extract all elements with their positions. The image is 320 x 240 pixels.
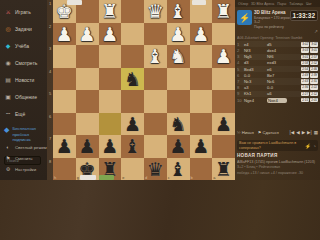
square-d1[interactable]: ♛ xyxy=(144,0,167,23)
square-e1[interactable] xyxy=(121,0,144,23)
square-g2[interactable]: ♟ xyxy=(76,23,99,46)
white-move-clock: 3:02 xyxy=(301,42,309,47)
move-row: 3Ng5Nf63:012:57 xyxy=(237,54,318,60)
tournament-card[interactable]: ⚡ 3D Blitz Арена Блицевая • 170 игроков … xyxy=(237,10,318,29)
tournament-clock: 1:33:32 xyxy=(290,10,318,21)
white-move-clock: 2:54 xyxy=(301,67,309,72)
white-move[interactable]: Bxd3 xyxy=(244,67,267,72)
square-b5[interactable] xyxy=(190,90,213,113)
berserk-icon[interactable]: ⚡ xyxy=(305,143,311,149)
bottom-white-chip xyxy=(80,175,96,180)
move-row: 10Nge4Nxe42:152:01 xyxy=(237,97,318,103)
black-move[interactable]: d5 xyxy=(267,42,291,47)
rank-label: 1 xyxy=(47,0,53,23)
square-c8[interactable]: ♝c xyxy=(167,158,190,181)
target-icon: ◎ xyxy=(4,25,12,33)
square-e3[interactable] xyxy=(121,45,144,68)
move-number: 3 xyxy=(237,54,244,59)
last-move-icon[interactable]: ▶| xyxy=(307,130,312,135)
sidebar-footer-label: Настройки xyxy=(15,167,36,172)
square-c5[interactable] xyxy=(167,90,190,113)
square-c7[interactable]: ♟ xyxy=(167,135,190,158)
white-move-clock: 2:36 xyxy=(301,85,309,90)
square-b4[interactable] xyxy=(190,68,213,91)
square-e4[interactable]: ♞ xyxy=(121,68,144,91)
rank-label: 7 xyxy=(47,135,53,158)
top-menu: Обзор3D Blitz АренаПарыТаблицаЧат xyxy=(235,0,320,7)
move-row: 9Kh1a62:272:12 xyxy=(237,91,318,97)
rank-label: 5 xyxy=(47,90,53,113)
share-icon[interactable]: ↗ xyxy=(237,29,318,35)
black-bishop-piece[interactable]: ♝ xyxy=(121,135,144,158)
black-move[interactable]: exd3 xyxy=(267,60,291,65)
people-icon: ▣ xyxy=(4,93,12,101)
square-c6[interactable]: ♞ xyxy=(167,113,190,136)
move-row: 4d3exd32:582:52 xyxy=(237,60,318,66)
square-c2[interactable]: ♟ xyxy=(167,23,190,46)
new-game-points: победа +13 / ничья +4 / поражение -30 xyxy=(237,171,303,175)
rank-coordinates: 12345678 xyxy=(47,0,53,180)
black-bishop-piece[interactable]: ♝ xyxy=(167,158,190,181)
top-menu-item[interactable]: Обзор xyxy=(238,2,248,6)
analysis-board-icon[interactable]: ▦ xyxy=(314,130,318,135)
black-pawn-piece[interactable]: ♟ xyxy=(121,113,144,136)
move-clocks: 3:023:02 xyxy=(301,42,318,47)
sidebar-item-label: Играть xyxy=(15,9,31,15)
sidebar-item-Общение[interactable]: ▣Общение xyxy=(4,92,47,102)
move-navigation: |◀◀▶▶|▦ xyxy=(290,130,318,135)
game-panel: Обзор3D Blitz АренаПарыТаблицаЧат ⚡ 3D B… xyxy=(235,0,320,180)
black-move-clock: 2:52 xyxy=(310,61,318,66)
white-move[interactable]: Nge4 xyxy=(244,98,267,103)
rank-label: 2 xyxy=(47,23,53,46)
rank-label: 4 xyxy=(47,68,53,91)
move-row: 2Nf3dxe43:033:01 xyxy=(237,47,318,53)
square-e5[interactable] xyxy=(121,90,144,113)
black-move[interactable]: Nf6 xyxy=(267,54,291,59)
trial-promo-label: Бесплатнаяпробнаяподписка xyxy=(12,126,36,143)
file-label: h xyxy=(54,175,56,180)
rank-label: 6 xyxy=(47,113,53,136)
file-label: g xyxy=(77,175,79,180)
square-c3[interactable]: ♞ xyxy=(167,45,190,68)
first-move-icon[interactable]: |◀ xyxy=(290,130,295,135)
sidebar-footer-label: Сменить xyxy=(15,156,32,161)
square-h2[interactable]: ♟ xyxy=(53,23,76,46)
white-pawn-piece[interactable]: ♟ xyxy=(212,45,235,68)
file-label: c xyxy=(168,175,170,180)
square-b3[interactable] xyxy=(190,45,213,68)
square-d4[interactable] xyxy=(144,68,167,91)
black-pawn-piece[interactable]: ♟ xyxy=(53,135,76,158)
news-icon: ▤ xyxy=(4,76,12,84)
sidebar: ⚔Играть◎Задачи◆Учёба◉Смотреть▤Новости▣Об… xyxy=(0,0,47,180)
square-f5[interactable] xyxy=(99,90,122,113)
square-f4[interactable] xyxy=(99,68,122,91)
square-c4[interactable] xyxy=(167,68,190,91)
file-label: d xyxy=(145,175,147,180)
move-number: 4 xyxy=(237,60,244,65)
square-f1[interactable]: ♜ xyxy=(99,0,122,23)
square-a6[interactable]: ♟ xyxy=(212,113,235,136)
top-menu-item[interactable]: Пары xyxy=(277,2,286,6)
theme-toggle-icon: ◐ xyxy=(4,143,12,151)
black-move[interactable]: Be7 xyxy=(267,73,291,78)
sidebar-footer-language-icon[interactable]: ⚑Сменить xyxy=(4,154,47,162)
square-g7[interactable]: ♟ xyxy=(76,135,99,158)
next-move-icon[interactable]: ▶ xyxy=(302,130,305,135)
eye-icon: ◉ xyxy=(4,59,12,67)
offer-draw-button[interactable]: ½ Ничья xyxy=(237,130,254,135)
clock-icon[interactable]: ◔ xyxy=(313,143,316,149)
square-d3[interactable]: ♝ xyxy=(144,45,167,68)
sidebar-item-Задачи[interactable]: ◎Задачи xyxy=(4,24,47,34)
black-move-clock: 2:57 xyxy=(310,55,318,60)
top-menu-item[interactable]: 3D Blitz Арена xyxy=(251,2,274,6)
white-move[interactable]: e4 xyxy=(244,42,267,47)
move-clocks: 2:152:01 xyxy=(301,98,318,103)
square-g3[interactable] xyxy=(76,45,99,68)
white-move[interactable]: d3 xyxy=(244,60,267,65)
move-row: 5Bxd3e62:542:46 xyxy=(237,66,318,72)
white-bishop-piece[interactable]: ♝ xyxy=(167,0,190,23)
black-pawn-piece[interactable]: ♟ xyxy=(76,135,99,158)
sidebar-item-label: Смотреть xyxy=(15,60,37,66)
square-g4[interactable] xyxy=(76,68,99,91)
square-d7[interactable] xyxy=(144,135,167,158)
black-move[interactable]: 0-0 xyxy=(267,85,291,90)
black-queen-piece[interactable]: ♛ xyxy=(144,158,167,181)
move-number: 6 xyxy=(237,73,244,78)
square-f7[interactable]: ♟ xyxy=(99,135,122,158)
white-move-clock: 2:49 xyxy=(301,73,309,78)
square-h5[interactable] xyxy=(53,90,76,113)
sidebar-item-label: Новости xyxy=(15,77,34,83)
tournament-title: 3D Blitz Арена xyxy=(254,10,288,16)
move-row: 7Nc3Nc62:432:31 xyxy=(237,78,318,84)
square-b7[interactable]: ♟ xyxy=(190,135,213,158)
square-d8[interactable]: ♛d xyxy=(144,158,167,181)
square-h3[interactable] xyxy=(53,45,76,68)
square-h6[interactable] xyxy=(53,113,76,136)
move-number: 8 xyxy=(237,85,244,90)
sidebar-item-label: Учёба xyxy=(15,43,29,49)
square-e8[interactable]: e xyxy=(121,158,144,181)
move-clocks: 3:012:57 xyxy=(301,55,318,60)
square-d5[interactable] xyxy=(144,90,167,113)
square-b2[interactable]: ♟ xyxy=(190,23,213,46)
white-move-clock: 2:43 xyxy=(301,79,309,84)
chess-board: ♚♜♛♝♜♟♟♟♟♟♝♞♟♞♟♞♟♟♟♟♝♟♟h♚g♜fe♛d♝cb♜a xyxy=(53,0,235,180)
black-pawn-piece[interactable]: ♟ xyxy=(212,113,235,136)
move-number: 2 xyxy=(237,48,244,53)
white-pawn-piece[interactable]: ♟ xyxy=(167,23,190,46)
sidebar-item-Учёба[interactable]: ◆Учёба xyxy=(4,41,47,51)
sidebar-item-Новости[interactable]: ▤Новости xyxy=(4,75,47,85)
white-pawn-piece[interactable]: ♟ xyxy=(190,23,213,46)
square-f3[interactable] xyxy=(99,45,122,68)
black-move-clock: 2:12 xyxy=(310,92,318,97)
gem-icon: ◆ xyxy=(4,126,9,143)
white-move[interactable]: Nc3 xyxy=(244,79,267,84)
new-game-title: НОВАЯ ПАРТИЯ xyxy=(237,153,278,158)
move-clocks: 2:542:46 xyxy=(301,67,318,72)
tournament-pairing-note: Пары по рейтингу xyxy=(254,25,288,30)
file-label: e xyxy=(122,175,124,180)
square-a1[interactable]: ♜ xyxy=(212,0,235,23)
black-move-clock: 2:46 xyxy=(310,67,318,72)
black-move-clock: 2:01 xyxy=(310,98,318,103)
white-move[interactable]: 0-0 xyxy=(244,73,267,78)
square-e7[interactable]: ♝ xyxy=(121,135,144,158)
rank-label: 3 xyxy=(47,45,53,68)
square-d2[interactable] xyxy=(144,23,167,46)
black-pawn-piece[interactable]: ♟ xyxy=(190,135,213,158)
notification-text: Вам не нравится LawBachmann в соперниках… xyxy=(239,141,303,150)
move-number: 7 xyxy=(237,79,244,84)
sidebar-footer-settings-icon[interactable]: ⚙Настройки xyxy=(4,165,47,173)
black-move[interactable]: Nc6 xyxy=(267,79,291,84)
white-pawn-piece[interactable]: ♟ xyxy=(99,23,122,46)
crossed-swords-icon: ⚔ xyxy=(4,8,12,16)
move-row: 60-0Be72:492:39 xyxy=(237,72,318,78)
black-knight-piece[interactable]: ♞ xyxy=(121,68,144,91)
white-move-clock: 2:58 xyxy=(301,61,309,66)
settings-icon: ⚙ xyxy=(4,165,12,173)
black-move-clock: 3:01 xyxy=(310,48,318,53)
white-pawn-piece[interactable]: ♟ xyxy=(76,23,99,46)
square-f2[interactable]: ♟ xyxy=(99,23,122,46)
square-h4[interactable] xyxy=(53,68,76,91)
move-clocks: 2:272:12 xyxy=(301,92,318,97)
black-move[interactable]: e6 xyxy=(267,67,291,72)
white-move[interactable]: Kh1 xyxy=(244,91,267,96)
more-dots-icon: ••• xyxy=(4,110,12,118)
square-e2[interactable] xyxy=(121,23,144,46)
move-clocks: 2:362:22 xyxy=(301,85,318,90)
black-rook-piece[interactable]: ♜ xyxy=(212,158,235,181)
white-move-clock: 2:27 xyxy=(301,92,309,97)
lightning-icon: ⚡ xyxy=(237,10,252,25)
move-list: 1e4d53:023:022Nf3dxe43:033:013Ng5Nf63:01… xyxy=(237,41,318,103)
game-toolbar: ½ Ничья ⚑ Сдаться |◀◀▶▶|▦ xyxy=(237,130,318,135)
prev-move-icon[interactable]: ◀ xyxy=(296,130,299,135)
square-c1[interactable]: ♝ xyxy=(167,0,190,23)
move-clocks: 2:432:31 xyxy=(301,79,318,84)
move-number: 1 xyxy=(237,42,244,47)
white-move-clock: 3:03 xyxy=(301,48,309,53)
white-rook-piece[interactable]: ♜ xyxy=(99,0,122,23)
graduation-icon: ◆ xyxy=(4,42,12,50)
square-b8[interactable]: b xyxy=(190,158,213,181)
white-move[interactable]: Nf3 xyxy=(244,48,267,53)
square-a5[interactable] xyxy=(212,90,235,113)
square-b6[interactable] xyxy=(190,113,213,136)
square-f6[interactable] xyxy=(99,113,122,136)
trial-promo[interactable]: ◆ Бесплатнаяпробнаяподписка xyxy=(4,126,44,143)
sidebar-item-Играть[interactable]: ⚔Играть xyxy=(4,7,47,17)
top-white-chip-right xyxy=(192,0,206,5)
square-h7[interactable]: ♟ xyxy=(53,135,76,158)
square-a2[interactable] xyxy=(212,23,235,46)
white-rook-piece[interactable]: ♜ xyxy=(212,0,235,23)
top-menu-item[interactable]: Чат xyxy=(306,2,312,6)
white-knight-piece[interactable]: ♞ xyxy=(167,45,190,68)
sidebar-footer-label: Светлый режим xyxy=(15,145,47,150)
notification-bar: Вам не нравится LawBachmann в соперниках… xyxy=(237,140,318,151)
file-label: b xyxy=(191,175,193,180)
move-clocks: 2:582:52 xyxy=(301,61,318,66)
new-game-pairing: AlBaFF13 (1745) против LawBachmann (1203… xyxy=(237,160,318,164)
move-row: 8a30-02:362:22 xyxy=(237,85,318,91)
square-d6[interactable] xyxy=(144,113,167,136)
sidebar-footer: ◐Светлый режим⚑Сменить⚙Настройки xyxy=(4,143,47,176)
sidebar-item-Смотреть[interactable]: ◉Смотреть xyxy=(4,58,47,68)
black-move[interactable]: a6 xyxy=(267,91,291,96)
opening-name: A06 Zukertort Opening: Tennison Gambit xyxy=(237,36,318,40)
new-game-details: 3+2 • Блиц • Рейтинговая xyxy=(237,165,280,169)
white-bishop-piece[interactable]: ♝ xyxy=(144,45,167,68)
rank-label: 8 xyxy=(47,158,53,181)
black-move-clock: 2:39 xyxy=(310,73,318,78)
square-a7[interactable] xyxy=(212,135,235,158)
square-e6[interactable]: ♟ xyxy=(121,113,144,136)
white-move-clock: 3:01 xyxy=(301,55,309,60)
black-knight-piece[interactable]: ♞ xyxy=(167,113,190,136)
square-h8[interactable]: h xyxy=(53,158,76,181)
white-queen-piece[interactable]: ♛ xyxy=(144,0,167,23)
square-a4[interactable] xyxy=(212,68,235,91)
white-pawn-piece[interactable]: ♟ xyxy=(53,23,76,46)
top-menu-item[interactable]: Таблица xyxy=(289,2,303,6)
move-row: 1e4d53:023:02 xyxy=(237,41,318,47)
square-a8[interactable]: ♜a xyxy=(212,158,235,181)
square-g5[interactable] xyxy=(76,90,99,113)
white-move-clock: 2:15 xyxy=(301,98,309,103)
black-move-clock: 2:22 xyxy=(310,85,318,90)
move-clocks: 3:033:01 xyxy=(301,48,318,53)
move-number: 10 xyxy=(237,98,244,103)
resign-button[interactable]: ⚑ Сдаться xyxy=(258,130,279,135)
sidebar-item-label: Общение xyxy=(15,94,37,100)
black-move[interactable]: Nxe4 xyxy=(267,98,287,103)
top-white-chip-left xyxy=(67,0,82,5)
black-move-clock: 2:31 xyxy=(310,79,318,84)
square-g6[interactable] xyxy=(76,113,99,136)
move-clocks: 2:492:39 xyxy=(301,73,318,78)
black-move-clock: 3:02 xyxy=(310,42,318,47)
black-pawn-piece[interactable]: ♟ xyxy=(167,135,190,158)
black-move[interactable]: dxe4 xyxy=(267,48,291,53)
sidebar-item-label: Ещё xyxy=(15,111,25,117)
sidebar-item-more[interactable]: •••Ещё xyxy=(4,109,47,119)
sidebar-items: ⚔Играть◎Задачи◆Учёба◉Смотреть▤Новости▣Об… xyxy=(4,7,47,119)
move-number: 5 xyxy=(237,67,244,72)
square-a3[interactable]: ♟ xyxy=(212,45,235,68)
language-icon: ⚑ xyxy=(4,154,12,162)
black-pawn-piece[interactable]: ♟ xyxy=(99,135,122,158)
white-move[interactable]: a3 xyxy=(244,85,267,90)
sidebar-item-label: Задачи xyxy=(15,26,32,32)
file-label: a xyxy=(213,175,215,180)
move-number: 9 xyxy=(237,91,244,96)
bottom-green-chip xyxy=(99,175,114,180)
white-move[interactable]: Ng5 xyxy=(244,54,267,59)
sidebar-footer-theme-toggle-icon[interactable]: ◐Светлый режим xyxy=(4,143,47,151)
